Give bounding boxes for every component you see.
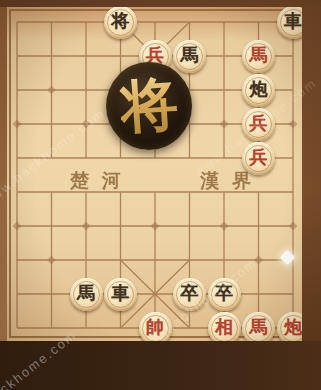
piece-glyph: 馬	[250, 46, 268, 64]
frame-right	[302, 7, 321, 341]
check-announcement-badge: 将	[106, 62, 192, 150]
frame-top	[0, 0, 321, 7]
piece-black-general[interactable]: 将	[104, 6, 137, 39]
check-badge-glyph: 将	[117, 65, 180, 147]
piece-glyph: 将	[112, 12, 130, 30]
piece-glyph: 馬	[250, 318, 268, 336]
piece-red-general[interactable]: 帥	[139, 312, 172, 345]
piece-black-cannon[interactable]: 炮	[242, 74, 275, 107]
piece-black-horse[interactable]: 馬	[173, 40, 206, 73]
river-label-chu-he: 楚河	[70, 168, 134, 194]
piece-glyph: 兵	[250, 148, 268, 166]
piece-red-horse[interactable]: 馬	[242, 40, 275, 73]
frame-left	[0, 7, 7, 341]
piece-red-pawn[interactable]: 兵	[242, 108, 275, 141]
piece-glyph: 相	[215, 318, 233, 336]
piece-glyph: 馬	[181, 46, 199, 64]
piece-glyph: 炮	[284, 318, 302, 336]
piece-glyph: 卒	[215, 284, 233, 302]
piece-black-pawn[interactable]: 卒	[173, 278, 206, 311]
piece-glyph: 車	[112, 284, 130, 302]
piece-glyph: 馬	[77, 284, 95, 302]
piece-glyph: 卒	[181, 284, 199, 302]
piece-red-pawn[interactable]: 兵	[242, 142, 275, 175]
bottom-status-bar: 步数: 1 9 九游	[0, 341, 321, 390]
piece-glyph: 帥	[146, 318, 164, 336]
piece-glyph: 車	[284, 12, 302, 30]
piece-black-horse[interactable]: 馬	[70, 278, 103, 311]
piece-black-pawn[interactable]: 卒	[208, 278, 241, 311]
piece-glyph: 兵	[250, 114, 268, 132]
piece-red-horse[interactable]: 馬	[242, 312, 275, 345]
piece-black-chariot[interactable]: 車	[104, 278, 137, 311]
piece-red-elephant[interactable]: 相	[208, 312, 241, 345]
piece-glyph: 炮	[250, 80, 268, 98]
xiangqi-app-screen: 楚河 漢界 将車兵馬馬炮兵兵馬車卒卒帥相馬炮 将 www.hackhome.co…	[0, 0, 321, 390]
